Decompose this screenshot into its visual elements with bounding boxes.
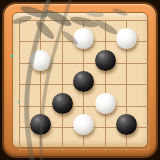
board-cell[interactable] (137, 117, 159, 139)
board-cell[interactable] (8, 74, 30, 96)
board-cell[interactable] (51, 31, 73, 53)
board-grid (8, 9, 159, 160)
go-board[interactable] (12, 12, 148, 148)
board-cell[interactable] (30, 52, 52, 74)
board-cell[interactable] (137, 74, 159, 96)
board-cell[interactable] (94, 95, 116, 117)
board-cell[interactable] (116, 138, 138, 160)
board-cell[interactable] (51, 138, 73, 160)
board-cell[interactable] (51, 9, 73, 31)
black-stone (116, 114, 137, 135)
board-cell[interactable] (8, 117, 30, 139)
board-cell[interactable] (8, 52, 30, 74)
board-cell[interactable] (137, 138, 159, 160)
gomoku-app (0, 0, 160, 160)
board-cell[interactable] (73, 117, 95, 139)
board-cell[interactable] (137, 31, 159, 53)
board-cell[interactable] (8, 9, 30, 31)
black-stone (52, 93, 73, 114)
white-stone (73, 28, 94, 49)
board-cell[interactable] (137, 52, 159, 74)
board-cell[interactable] (51, 117, 73, 139)
board-frame (2, 2, 158, 158)
board-cell[interactable] (94, 117, 116, 139)
board-cell[interactable] (51, 95, 73, 117)
board-cell[interactable] (73, 138, 95, 160)
board-cell[interactable] (116, 74, 138, 96)
board-cell[interactable] (116, 31, 138, 53)
white-stone (73, 114, 94, 135)
board-cell[interactable] (137, 9, 159, 31)
board-cell[interactable] (73, 31, 95, 53)
black-stone (95, 50, 116, 71)
board-cell[interactable] (94, 9, 116, 31)
board-cell[interactable] (94, 52, 116, 74)
white-stone (116, 28, 137, 49)
white-stone (30, 50, 51, 71)
black-stone (73, 71, 94, 92)
black-stone (30, 114, 51, 135)
board-cell[interactable] (8, 31, 30, 53)
board-cell[interactable] (30, 74, 52, 96)
board-cell[interactable] (51, 52, 73, 74)
board-cell[interactable] (8, 95, 30, 117)
board-cell[interactable] (137, 95, 159, 117)
board-cell[interactable] (30, 138, 52, 160)
board-cell[interactable] (30, 117, 52, 139)
board-cell[interactable] (94, 138, 116, 160)
white-stone (95, 93, 116, 114)
board-cell[interactable] (116, 52, 138, 74)
board-cell[interactable] (73, 74, 95, 96)
board-cell[interactable] (30, 9, 52, 31)
board-cell[interactable] (116, 117, 138, 139)
board-cell[interactable] (8, 138, 30, 160)
